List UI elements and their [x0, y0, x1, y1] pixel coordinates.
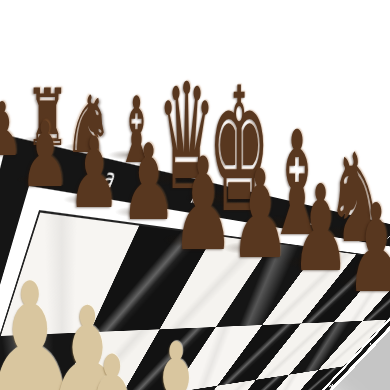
black-pawn-h7: ♟ [342, 188, 390, 310]
pieces-layer: ♜♞♝♛♚♝♞♟♟♟♟♟♟♟♟♟♟♟♟ [0, 0, 390, 390]
chess-set-photo: abcdefgh abcdefgh 87654321 87654321 ♜♞♝♛… [0, 0, 390, 390]
white-pawn-e2: ♟ [134, 327, 217, 390]
